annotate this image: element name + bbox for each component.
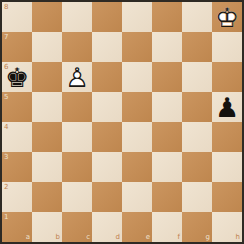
square-a5[interactable]: 5: [2, 92, 32, 122]
square-g6[interactable]: [182, 62, 212, 92]
black-pawn-icon: ♟: [212, 92, 242, 122]
square-c5[interactable]: [62, 92, 92, 122]
piece-black-king[interactable]: ♚: [2, 62, 32, 92]
square-a1[interactable]: 1a: [2, 212, 32, 242]
file-label-c: c: [86, 233, 90, 241]
square-c2[interactable]: [62, 182, 92, 212]
file-label-a: a: [26, 233, 30, 241]
square-b2[interactable]: [32, 182, 62, 212]
square-d2[interactable]: [92, 182, 122, 212]
chess-board: 8♚♔76♚♟♙5♟4321abcdefgh: [0, 0, 244, 244]
square-b4[interactable]: [32, 122, 62, 152]
square-a8[interactable]: 8: [2, 2, 32, 32]
rank-label-3: 3: [4, 153, 8, 161]
square-e1[interactable]: e: [122, 212, 152, 242]
file-label-h: h: [236, 233, 240, 241]
square-e4[interactable]: [122, 122, 152, 152]
white-king-icon: ♔: [212, 2, 242, 32]
square-c4[interactable]: [62, 122, 92, 152]
file-label-b: b: [56, 233, 60, 241]
square-h5[interactable]: ♟: [212, 92, 242, 122]
square-c3[interactable]: [62, 152, 92, 182]
square-b5[interactable]: [32, 92, 62, 122]
square-c7[interactable]: [62, 32, 92, 62]
square-a4[interactable]: 4: [2, 122, 32, 152]
black-king-icon: ♚: [2, 62, 32, 92]
square-b8[interactable]: [32, 2, 62, 32]
square-d1[interactable]: d: [92, 212, 122, 242]
square-e3[interactable]: [122, 152, 152, 182]
square-b3[interactable]: [32, 152, 62, 182]
square-c8[interactable]: [62, 2, 92, 32]
rank-label-4: 4: [4, 123, 8, 131]
square-g8[interactable]: [182, 2, 212, 32]
rank-label-8: 8: [4, 3, 8, 11]
square-c1[interactable]: c: [62, 212, 92, 242]
square-b7[interactable]: [32, 32, 62, 62]
square-e2[interactable]: [122, 182, 152, 212]
piece-white-king[interactable]: ♚♔: [212, 2, 242, 32]
square-f2[interactable]: [152, 182, 182, 212]
square-a3[interactable]: 3: [2, 152, 32, 182]
square-a6[interactable]: 6♚: [2, 62, 32, 92]
square-h8[interactable]: ♚♔: [212, 2, 242, 32]
rank-label-5: 5: [4, 93, 8, 101]
square-g3[interactable]: [182, 152, 212, 182]
square-e5[interactable]: [122, 92, 152, 122]
rank-label-2: 2: [4, 183, 8, 191]
square-f3[interactable]: [152, 152, 182, 182]
piece-white-pawn[interactable]: ♟♙: [62, 62, 92, 92]
square-d3[interactable]: [92, 152, 122, 182]
square-d5[interactable]: [92, 92, 122, 122]
square-f6[interactable]: [152, 62, 182, 92]
square-a7[interactable]: 7: [2, 32, 32, 62]
square-b6[interactable]: [32, 62, 62, 92]
piece-black-pawn[interactable]: ♟: [212, 92, 242, 122]
square-h2[interactable]: [212, 182, 242, 212]
square-h3[interactable]: [212, 152, 242, 182]
square-f8[interactable]: [152, 2, 182, 32]
file-label-g: g: [206, 233, 210, 241]
square-h6[interactable]: [212, 62, 242, 92]
square-d6[interactable]: [92, 62, 122, 92]
square-d8[interactable]: [92, 2, 122, 32]
square-e6[interactable]: [122, 62, 152, 92]
square-h4[interactable]: [212, 122, 242, 152]
square-g2[interactable]: [182, 182, 212, 212]
rank-label-1: 1: [4, 213, 8, 221]
square-e7[interactable]: [122, 32, 152, 62]
square-f4[interactable]: [152, 122, 182, 152]
white-pawn-icon: ♙: [62, 62, 92, 92]
square-b1[interactable]: b: [32, 212, 62, 242]
square-f1[interactable]: f: [152, 212, 182, 242]
square-g7[interactable]: [182, 32, 212, 62]
square-d7[interactable]: [92, 32, 122, 62]
square-g5[interactable]: [182, 92, 212, 122]
square-a2[interactable]: 2: [2, 182, 32, 212]
square-c6[interactable]: ♟♙: [62, 62, 92, 92]
file-label-f: f: [178, 233, 180, 241]
file-label-e: e: [146, 233, 150, 241]
rank-label-7: 7: [4, 33, 8, 41]
square-g1[interactable]: g: [182, 212, 212, 242]
square-d4[interactable]: [92, 122, 122, 152]
square-h1[interactable]: h: [212, 212, 242, 242]
file-label-d: d: [116, 233, 120, 241]
square-g4[interactable]: [182, 122, 212, 152]
square-e8[interactable]: [122, 2, 152, 32]
square-f7[interactable]: [152, 32, 182, 62]
square-f5[interactable]: [152, 92, 182, 122]
square-h7[interactable]: [212, 32, 242, 62]
